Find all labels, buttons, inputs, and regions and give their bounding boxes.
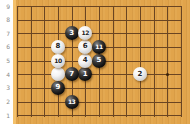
stone-black-11: 11	[92, 40, 106, 54]
stone-black-9: 9	[51, 81, 65, 95]
star-point	[166, 73, 169, 76]
move-number: 9	[56, 84, 61, 91]
row-label-7: 7	[0, 30, 10, 37]
row-label-3: 3	[0, 84, 10, 91]
stone-black-13: 13	[65, 95, 79, 109]
move-number: 2	[138, 70, 143, 77]
move-number: 10	[54, 57, 61, 63]
row-label-6: 6	[0, 43, 10, 50]
row-label-2: 2	[0, 98, 10, 105]
stone-white-8: 8	[51, 40, 65, 54]
stone-black-5: 5	[92, 54, 106, 68]
move-number: 8	[56, 43, 61, 50]
stone-white-4: 4	[78, 54, 92, 68]
row-label-4: 4	[0, 71, 10, 78]
row-label-8: 8	[0, 16, 10, 23]
go-diagram: 12345678910111213 987654321	[0, 0, 190, 124]
row-label-1: 1	[0, 112, 10, 119]
row-label-5: 5	[0, 57, 10, 64]
go-board[interactable]: 12345678910111213	[0, 0, 190, 124]
stone-black-3: 3	[65, 26, 79, 40]
move-number: 5	[97, 57, 102, 64]
move-number: 13	[68, 98, 75, 104]
move-number: 3	[69, 29, 74, 36]
move-number: 4	[83, 57, 88, 64]
move-number: 11	[95, 43, 102, 49]
move-number: 12	[82, 30, 89, 36]
stone-white-10: 10	[51, 54, 65, 68]
move-number: 6	[83, 43, 88, 50]
move-number: 7	[69, 70, 74, 77]
coordinate-strip: 987654321	[0, 0, 13, 124]
move-number: 1	[83, 70, 88, 77]
stone-black-7: 7	[65, 67, 79, 81]
board-edge-highlight	[13, 0, 16, 124]
row-label-9: 9	[0, 3, 10, 10]
